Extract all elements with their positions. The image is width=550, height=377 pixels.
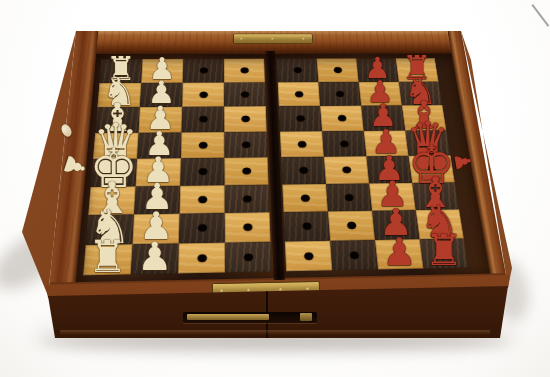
square-c3[interactable]: [182, 106, 225, 132]
square-d3[interactable]: [181, 132, 225, 159]
square-h6[interactable]: [330, 240, 378, 271]
square-f3[interactable]: [180, 185, 225, 214]
square-h5[interactable]: [285, 240, 332, 271]
square-e4[interactable]: [224, 157, 268, 185]
square-a4[interactable]: [224, 59, 265, 83]
red-pawn-h7[interactable]: ♟: [382, 233, 416, 271]
square-c5[interactable]: [279, 106, 322, 131]
square-h4[interactable]: [225, 241, 272, 272]
square-e3[interactable]: [180, 158, 224, 186]
latch-slot: [183, 312, 317, 323]
square-b4[interactable]: [224, 82, 266, 106]
backdrop-corner-line: [531, 4, 549, 27]
square-c4[interactable]: [224, 106, 267, 131]
square-f4[interactable]: [225, 184, 270, 213]
square-d4[interactable]: [224, 131, 267, 157]
square-d5[interactable]: [280, 131, 324, 157]
red-pawn-loose-right-rim[interactable]: ♟: [450, 151, 474, 173]
white-rook-h1[interactable]: ♜: [88, 235, 127, 279]
latch-keep: [300, 313, 312, 321]
white-pawn-h2[interactable]: ♟: [137, 237, 172, 276]
brass-slide-latch[interactable]: [187, 314, 269, 320]
square-d6[interactable]: [322, 131, 366, 157]
square-c6[interactable]: [320, 106, 364, 131]
square-a6[interactable]: [317, 58, 359, 81]
square-a3[interactable]: [183, 59, 224, 83]
square-h3[interactable]: [178, 242, 225, 273]
square-g5[interactable]: [284, 211, 331, 241]
square-b6[interactable]: [318, 82, 361, 106]
square-g6[interactable]: [328, 211, 375, 241]
square-e6[interactable]: [324, 156, 369, 183]
square-f6[interactable]: [326, 183, 372, 211]
square-f5[interactable]: [282, 184, 328, 213]
front-edge-highlight: [60, 330, 490, 335]
square-g3[interactable]: [179, 213, 225, 243]
square-a5[interactable]: [277, 58, 319, 81]
square-e5[interactable]: [281, 157, 326, 184]
square-g4[interactable]: [225, 212, 271, 242]
far-brass-hinge: [233, 34, 313, 44]
square-b5[interactable]: [278, 82, 320, 106]
photo-stage: ♜♟♟♜♞♟♟♞♝♟♟♝♛♟♟♛♚♟♟♚♝♟♟♝♞♟♟♞♜♟♟♜ ♟♟: [0, 0, 550, 377]
square-b3[interactable]: [182, 82, 224, 107]
red-rook-h8[interactable]: ♜: [425, 229, 464, 272]
